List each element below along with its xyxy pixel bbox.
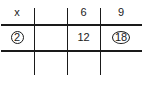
cell-r1c4-multiplier: 9 xyxy=(100,0,142,25)
cell-r2c2-empty[interactable] xyxy=(34,25,67,51)
grid-cells: x 6 9 2 12 18 xyxy=(0,0,142,75)
cell-r1c1-operator: x xyxy=(0,0,34,25)
grid-line-vertical-2 xyxy=(67,8,68,75)
grid-line-horizontal-2 xyxy=(1,50,142,51)
cell-r3c2-empty[interactable] xyxy=(34,51,67,76)
circled-number: 18 xyxy=(112,31,130,44)
operator-label: x xyxy=(14,7,20,18)
grid-line-horizontal-1 xyxy=(1,24,142,25)
cell-r2c3-product: 12 xyxy=(67,25,100,51)
cell-r2c4-circled-product: 18 xyxy=(100,25,142,51)
cell-r3c4-empty[interactable] xyxy=(100,51,142,76)
circled-number: 2 xyxy=(11,31,24,44)
cell-r1c3-multiplier: 6 xyxy=(67,0,100,25)
cell-r3c1-empty[interactable] xyxy=(0,51,34,76)
cell-r3c3-empty[interactable] xyxy=(67,51,100,76)
cell-r2c1-circled-multiplicand: 2 xyxy=(0,25,34,51)
multiplication-grid: x 6 9 2 12 18 xyxy=(0,0,148,85)
cell-r1c2-empty[interactable] xyxy=(34,0,67,25)
grid-line-vertical-1 xyxy=(34,8,35,75)
grid-line-vertical-3 xyxy=(100,8,101,75)
